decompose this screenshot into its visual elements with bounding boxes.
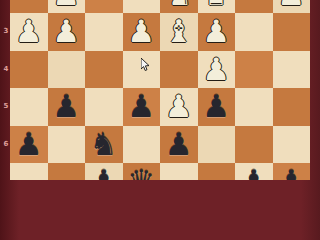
piece-white-pawn[interactable]: ♟	[202, 54, 230, 85]
square-c5[interactable]: ♟	[198, 88, 236, 126]
square-f2[interactable]	[85, 0, 123, 13]
square-a6[interactable]	[273, 126, 311, 164]
square-d4[interactable]	[160, 51, 198, 89]
piece-black-knight[interactable]: ♞	[90, 129, 118, 160]
chess-board[interactable]: ♟♞♛♟♟♟♟♝♟♟♟♟♟♟♟♞♟♟♛♟♟	[10, 0, 310, 180]
square-e6[interactable]	[123, 126, 161, 164]
square-g2[interactable]: ♟	[48, 0, 86, 13]
piece-white-queen[interactable]: ♛	[202, 0, 230, 10]
square-h5[interactable]	[10, 88, 48, 126]
square-e7[interactable]: ♛	[123, 163, 161, 180]
piece-black-queen[interactable]: ♛	[127, 166, 155, 180]
square-f5[interactable]	[85, 88, 123, 126]
square-f7[interactable]: ♟	[85, 163, 123, 180]
square-b6[interactable]	[235, 126, 273, 164]
rank-label-5: 5	[2, 103, 10, 110]
square-g6[interactable]	[48, 126, 86, 164]
rank-label-3: 3	[2, 28, 10, 35]
square-d3[interactable]: ♝	[160, 13, 198, 51]
square-a5[interactable]	[273, 88, 311, 126]
piece-white-knight[interactable]: ♞	[165, 0, 193, 10]
piece-black-pawn[interactable]: ♟	[277, 166, 305, 180]
square-a3[interactable]	[273, 13, 311, 51]
piece-black-pawn[interactable]: ♟	[240, 166, 268, 180]
square-e5[interactable]: ♟	[123, 88, 161, 126]
square-g3[interactable]: ♟	[48, 13, 86, 51]
piece-white-pawn[interactable]: ♟	[277, 0, 305, 10]
rank-label-4: 4	[2, 66, 10, 73]
square-c6[interactable]	[198, 126, 236, 164]
piece-black-pawn[interactable]: ♟	[90, 166, 118, 180]
square-h6[interactable]: ♟	[10, 126, 48, 164]
piece-white-pawn[interactable]: ♟	[165, 91, 193, 122]
square-h7[interactable]	[10, 163, 48, 180]
square-c7[interactable]	[198, 163, 236, 180]
square-b2[interactable]	[235, 0, 273, 13]
chess-app-frame: ♟♞♛♟♟♟♟♝♟♟♟♟♟♟♟♞♟♟♛♟♟ 3 4 5 6	[0, 0, 320, 180]
square-e2[interactable]	[123, 0, 161, 13]
square-c4[interactable]: ♟	[198, 51, 236, 89]
piece-black-pawn[interactable]: ♟	[202, 91, 230, 122]
square-f3[interactable]	[85, 13, 123, 51]
square-e3[interactable]: ♟	[123, 13, 161, 51]
square-a4[interactable]	[273, 51, 311, 89]
square-b7[interactable]: ♟	[235, 163, 273, 180]
square-e4[interactable]	[123, 51, 161, 89]
piece-white-pawn[interactable]: ♟	[52, 0, 80, 10]
piece-white-bishop[interactable]: ♝	[165, 16, 193, 47]
square-h2[interactable]	[10, 0, 48, 13]
piece-white-pawn[interactable]: ♟	[52, 16, 80, 47]
square-b4[interactable]	[235, 51, 273, 89]
square-g5[interactable]: ♟	[48, 88, 86, 126]
square-d6[interactable]: ♟	[160, 126, 198, 164]
square-f6[interactable]: ♞	[85, 126, 123, 164]
piece-black-pawn[interactable]: ♟	[127, 91, 155, 122]
square-c3[interactable]: ♟	[198, 13, 236, 51]
piece-black-pawn[interactable]: ♟	[15, 129, 43, 160]
square-a2[interactable]: ♟	[273, 0, 311, 13]
square-h3[interactable]: ♟	[10, 13, 48, 51]
square-b5[interactable]	[235, 88, 273, 126]
piece-white-pawn[interactable]: ♟	[127, 16, 155, 47]
square-g7[interactable]	[48, 163, 86, 180]
square-a7[interactable]: ♟	[273, 163, 311, 180]
square-d2[interactable]: ♞	[160, 0, 198, 13]
piece-black-pawn[interactable]: ♟	[52, 91, 80, 122]
square-d7[interactable]	[160, 163, 198, 180]
square-b3[interactable]	[235, 13, 273, 51]
piece-black-pawn[interactable]: ♟	[165, 129, 193, 160]
rank-label-6: 6	[2, 141, 10, 148]
square-f4[interactable]	[85, 51, 123, 89]
piece-white-pawn[interactable]: ♟	[202, 16, 230, 47]
square-h4[interactable]	[10, 51, 48, 89]
piece-white-pawn[interactable]: ♟	[15, 16, 43, 47]
square-d5[interactable]: ♟	[160, 88, 198, 126]
square-g4[interactable]	[48, 51, 86, 89]
square-c2[interactable]: ♛	[198, 0, 236, 13]
